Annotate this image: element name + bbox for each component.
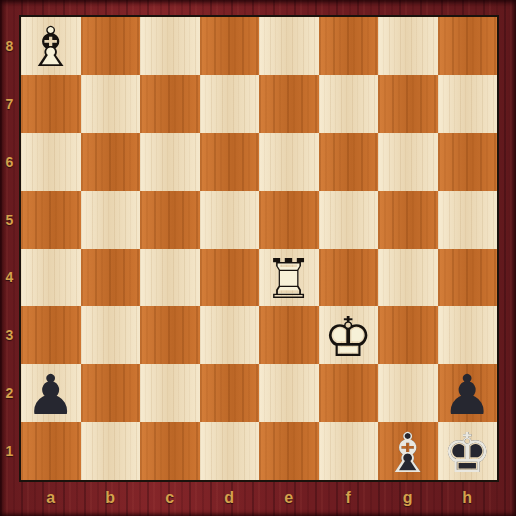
piece-white-king[interactable]: ♚♔ bbox=[324, 310, 373, 364]
file-label-f: f bbox=[319, 482, 379, 514]
square-b3[interactable] bbox=[81, 306, 141, 364]
piece-white-rook[interactable]: ♜♖ bbox=[264, 252, 313, 306]
black-bishop-outline: ♗ bbox=[383, 426, 432, 480]
square-f5[interactable] bbox=[319, 191, 379, 249]
white-rook-glyph: ♜ bbox=[264, 252, 313, 306]
square-b5[interactable] bbox=[81, 191, 141, 249]
square-h1[interactable]: ♚♔ bbox=[438, 422, 498, 480]
square-c4[interactable] bbox=[140, 249, 200, 307]
square-c1[interactable] bbox=[140, 422, 200, 480]
square-a8[interactable]: ♝♗ bbox=[21, 17, 81, 75]
square-g2[interactable] bbox=[378, 364, 438, 422]
square-a1[interactable] bbox=[21, 422, 81, 480]
piece-white-bishop[interactable]: ♝♗ bbox=[26, 20, 75, 74]
square-g1[interactable]: ♝♗ bbox=[378, 422, 438, 480]
square-e3[interactable] bbox=[259, 306, 319, 364]
square-a7[interactable] bbox=[21, 75, 81, 133]
square-c8[interactable] bbox=[140, 17, 200, 75]
rank-labels: 87654321 bbox=[0, 17, 19, 480]
file-label-a: a bbox=[21, 482, 81, 514]
file-label-b: b bbox=[81, 482, 141, 514]
piece-black-king[interactable]: ♚♔ bbox=[443, 426, 492, 480]
black-king-glyph: ♚ bbox=[443, 426, 492, 480]
square-h7[interactable] bbox=[438, 75, 498, 133]
square-d8[interactable] bbox=[200, 17, 260, 75]
white-king-glyph: ♚ bbox=[324, 310, 373, 364]
rank-label-4: 4 bbox=[0, 249, 19, 307]
square-a5[interactable] bbox=[21, 191, 81, 249]
square-a4[interactable] bbox=[21, 249, 81, 307]
rank-label-5: 5 bbox=[0, 191, 19, 249]
square-d3[interactable] bbox=[200, 306, 260, 364]
piece-black-pawn[interactable]: ♟ bbox=[26, 368, 75, 422]
square-g3[interactable] bbox=[378, 306, 438, 364]
file-label-g: g bbox=[378, 482, 438, 514]
square-h5[interactable] bbox=[438, 191, 498, 249]
square-e8[interactable] bbox=[259, 17, 319, 75]
square-f6[interactable] bbox=[319, 133, 379, 191]
square-g7[interactable] bbox=[378, 75, 438, 133]
rank-label-6: 6 bbox=[0, 133, 19, 191]
black-pawn-glyph: ♟ bbox=[26, 368, 75, 422]
square-d4[interactable] bbox=[200, 249, 260, 307]
square-f8[interactable] bbox=[319, 17, 379, 75]
white-king-outline: ♔ bbox=[324, 310, 373, 364]
square-b2[interactable] bbox=[81, 364, 141, 422]
file-labels: abcdefgh bbox=[21, 482, 497, 514]
square-e6[interactable] bbox=[259, 133, 319, 191]
square-d7[interactable] bbox=[200, 75, 260, 133]
rank-label-8: 8 bbox=[0, 17, 19, 75]
square-h2[interactable]: ♟ bbox=[438, 364, 498, 422]
square-f3[interactable]: ♚♔ bbox=[319, 306, 379, 364]
file-label-h: h bbox=[438, 482, 498, 514]
square-g8[interactable] bbox=[378, 17, 438, 75]
chess-position-view: 87654321 abcdefgh ♝♗♜♖♚♔♟♟♝♗♚♔ bbox=[0, 0, 516, 516]
rank-label-7: 7 bbox=[0, 75, 19, 133]
rank-label-3: 3 bbox=[0, 306, 19, 364]
square-h4[interactable] bbox=[438, 249, 498, 307]
square-g4[interactable] bbox=[378, 249, 438, 307]
square-g6[interactable] bbox=[378, 133, 438, 191]
square-b6[interactable] bbox=[81, 133, 141, 191]
square-c5[interactable] bbox=[140, 191, 200, 249]
white-bishop-glyph: ♝ bbox=[26, 20, 75, 74]
square-h8[interactable] bbox=[438, 17, 498, 75]
square-f1[interactable] bbox=[319, 422, 379, 480]
file-label-d: d bbox=[200, 482, 260, 514]
square-e4[interactable]: ♜♖ bbox=[259, 249, 319, 307]
black-king-outline: ♔ bbox=[443, 426, 492, 480]
square-h6[interactable] bbox=[438, 133, 498, 191]
square-e7[interactable] bbox=[259, 75, 319, 133]
square-g5[interactable] bbox=[378, 191, 438, 249]
piece-black-bishop[interactable]: ♝♗ bbox=[383, 426, 432, 480]
square-f4[interactable] bbox=[319, 249, 379, 307]
square-d2[interactable] bbox=[200, 364, 260, 422]
square-d5[interactable] bbox=[200, 191, 260, 249]
white-rook-outline: ♖ bbox=[264, 252, 313, 306]
square-a3[interactable] bbox=[21, 306, 81, 364]
rank-label-2: 2 bbox=[0, 364, 19, 422]
square-c6[interactable] bbox=[140, 133, 200, 191]
square-a6[interactable] bbox=[21, 133, 81, 191]
black-bishop-glyph: ♝ bbox=[383, 426, 432, 480]
square-c7[interactable] bbox=[140, 75, 200, 133]
square-f2[interactable] bbox=[319, 364, 379, 422]
square-e5[interactable] bbox=[259, 191, 319, 249]
white-bishop-outline: ♗ bbox=[26, 20, 75, 74]
rank-label-1: 1 bbox=[0, 422, 19, 480]
square-c3[interactable] bbox=[140, 306, 200, 364]
black-pawn-glyph: ♟ bbox=[443, 368, 492, 422]
square-d6[interactable] bbox=[200, 133, 260, 191]
square-b8[interactable] bbox=[81, 17, 141, 75]
square-c2[interactable] bbox=[140, 364, 200, 422]
piece-black-pawn[interactable]: ♟ bbox=[443, 368, 492, 422]
square-b4[interactable] bbox=[81, 249, 141, 307]
square-b1[interactable] bbox=[81, 422, 141, 480]
chess-board: ♝♗♜♖♚♔♟♟♝♗♚♔ bbox=[19, 15, 499, 482]
square-e1[interactable] bbox=[259, 422, 319, 480]
square-h3[interactable] bbox=[438, 306, 498, 364]
square-f7[interactable] bbox=[319, 75, 379, 133]
square-b7[interactable] bbox=[81, 75, 141, 133]
square-d1[interactable] bbox=[200, 422, 260, 480]
file-label-e: e bbox=[259, 482, 319, 514]
square-e2[interactable] bbox=[259, 364, 319, 422]
square-a2[interactable]: ♟ bbox=[21, 364, 81, 422]
file-label-c: c bbox=[140, 482, 200, 514]
